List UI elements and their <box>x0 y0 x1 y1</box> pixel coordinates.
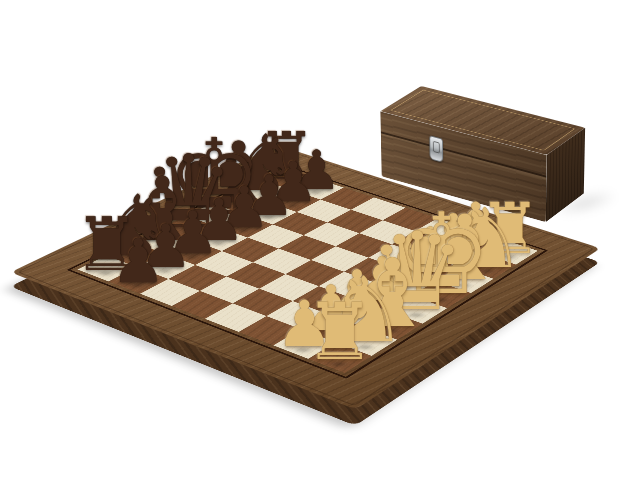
metal-clasp-icon <box>429 135 443 163</box>
chess-set-product-photo: ♜♞♝♛♚♝♞♜♟♟♟♟♟♟♟♟♟♟♟♟♟♟♟♟♜♞♝♛♚♝♞♜ <box>0 0 640 480</box>
